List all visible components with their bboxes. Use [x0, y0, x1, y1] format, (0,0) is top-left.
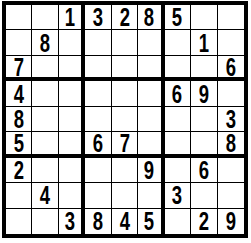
cell-r6c4: 6	[85, 132, 111, 157]
cell-r8c5[interactable]	[112, 183, 138, 208]
cell-r3c5[interactable]	[112, 56, 138, 81]
cell-r2c2: 8	[32, 30, 58, 55]
given-digit: 8	[40, 30, 50, 55]
cell-r6c2[interactable]	[32, 132, 58, 157]
cell-r5c4[interactable]	[85, 107, 111, 132]
cell-r7c3[interactable]	[59, 158, 85, 183]
cell-r8c7: 3	[165, 183, 191, 208]
cell-r7c4[interactable]	[85, 158, 111, 183]
cell-r3c9: 6	[218, 56, 244, 81]
given-digit: 8	[93, 209, 103, 234]
given-digit: 6	[199, 158, 209, 183]
given-digit: 2	[199, 209, 209, 234]
given-digit: 5	[144, 209, 154, 234]
given-digit: 3	[93, 5, 103, 30]
cell-r5c8[interactable]	[191, 107, 217, 132]
cell-r8c6[interactable]	[138, 183, 164, 208]
cell-r3c8[interactable]	[191, 56, 217, 81]
cell-r9c9: 9	[218, 209, 244, 234]
cell-r4c6[interactable]	[138, 81, 164, 106]
cell-r4c5[interactable]	[112, 81, 138, 106]
given-digit: 4	[14, 81, 24, 106]
given-digit: 6	[226, 56, 236, 80]
cell-r3c6[interactable]	[138, 56, 164, 81]
given-digit: 1	[199, 30, 209, 55]
given-digit: 3	[65, 209, 75, 234]
cell-r3c7[interactable]	[165, 56, 191, 81]
cell-r4c8: 9	[191, 81, 217, 106]
cell-r8c9[interactable]	[218, 183, 244, 208]
cell-r1c7: 5	[165, 5, 191, 30]
cell-r4c1: 4	[6, 81, 32, 106]
cell-r1c2[interactable]	[32, 5, 58, 30]
cell-r1c8[interactable]	[191, 5, 217, 30]
cell-r7c2[interactable]	[32, 158, 58, 183]
cell-r6c9: 8	[218, 132, 244, 157]
given-digit: 7	[119, 132, 129, 156]
given-digit: 6	[172, 81, 182, 106]
given-digit: 5	[14, 132, 24, 156]
cell-r1c4: 3	[85, 5, 111, 30]
cell-r1c1[interactable]	[6, 5, 32, 30]
cell-r8c2: 4	[32, 183, 58, 208]
cell-r5c5[interactable]	[112, 107, 138, 132]
cell-r2c4[interactable]	[85, 30, 111, 55]
cell-r3c1: 7	[6, 56, 32, 81]
cell-r4c7: 6	[165, 81, 191, 106]
cell-r4c9[interactable]	[218, 81, 244, 106]
cell-r5c7[interactable]	[165, 107, 191, 132]
cell-r3c2[interactable]	[32, 56, 58, 81]
given-digit: 9	[226, 209, 236, 234]
cell-r6c6[interactable]	[138, 132, 164, 157]
cell-r5c6[interactable]	[138, 107, 164, 132]
cell-r7c1: 2	[6, 158, 32, 183]
cell-r8c4[interactable]	[85, 183, 111, 208]
cell-r3c3[interactable]	[59, 56, 85, 81]
cell-r5c1: 8	[6, 107, 32, 132]
cell-r1c6: 8	[138, 5, 164, 30]
cell-r2c9[interactable]	[218, 30, 244, 55]
given-digit: 8	[14, 107, 24, 132]
cell-r1c5: 2	[112, 5, 138, 30]
cell-r5c3[interactable]	[59, 107, 85, 132]
cell-r6c5: 7	[112, 132, 138, 157]
given-digit: 9	[199, 81, 209, 106]
sudoku-board: 13285817646983567829643384529	[2, 1, 248, 238]
cell-r8c3[interactable]	[59, 183, 85, 208]
given-digit: 3	[172, 183, 182, 208]
cell-r2c6[interactable]	[138, 30, 164, 55]
cell-r9c6: 5	[138, 209, 164, 234]
given-digit: 2	[119, 5, 129, 30]
cell-r6c3[interactable]	[59, 132, 85, 157]
cell-r9c2[interactable]	[32, 209, 58, 234]
cell-r9c1[interactable]	[6, 209, 32, 234]
cell-r6c8[interactable]	[191, 132, 217, 157]
given-digit: 1	[65, 5, 75, 30]
cell-r9c3: 3	[59, 209, 85, 234]
cell-r7c7[interactable]	[165, 158, 191, 183]
cell-r4c3[interactable]	[59, 81, 85, 106]
cell-r5c9: 3	[218, 107, 244, 132]
cell-r4c4[interactable]	[85, 81, 111, 106]
given-digit: 8	[226, 132, 236, 156]
cell-r1c3: 1	[59, 5, 85, 30]
cell-r4c2[interactable]	[32, 81, 58, 106]
given-digit: 8	[144, 5, 154, 30]
given-digit: 7	[14, 56, 24, 80]
given-digit: 3	[226, 107, 236, 132]
cell-r6c7[interactable]	[165, 132, 191, 157]
given-digit: 4	[40, 183, 50, 208]
cell-r2c3[interactable]	[59, 30, 85, 55]
cell-r9c5: 4	[112, 209, 138, 234]
cell-r7c9[interactable]	[218, 158, 244, 183]
given-digit: 5	[172, 5, 182, 30]
given-digit: 9	[144, 158, 154, 183]
given-digit: 6	[93, 132, 103, 156]
cell-r2c7[interactable]	[165, 30, 191, 55]
given-digit: 2	[14, 158, 24, 183]
cell-r6c1: 5	[6, 132, 32, 157]
cell-r9c7[interactable]	[165, 209, 191, 234]
cell-r2c1[interactable]	[6, 30, 32, 55]
cell-r7c8: 6	[191, 158, 217, 183]
cell-r9c4: 8	[85, 209, 111, 234]
cell-r8c1[interactable]	[6, 183, 32, 208]
cell-r1c9[interactable]	[218, 5, 244, 30]
cell-r3c4[interactable]	[85, 56, 111, 81]
cell-r2c8: 1	[191, 30, 217, 55]
cell-r9c8: 2	[191, 209, 217, 234]
cell-r8c8[interactable]	[191, 183, 217, 208]
cell-r7c5[interactable]	[112, 158, 138, 183]
given-digit: 4	[119, 209, 129, 234]
cell-r5c2[interactable]	[32, 107, 58, 132]
cell-r2c5[interactable]	[112, 30, 138, 55]
cell-r7c6: 9	[138, 158, 164, 183]
